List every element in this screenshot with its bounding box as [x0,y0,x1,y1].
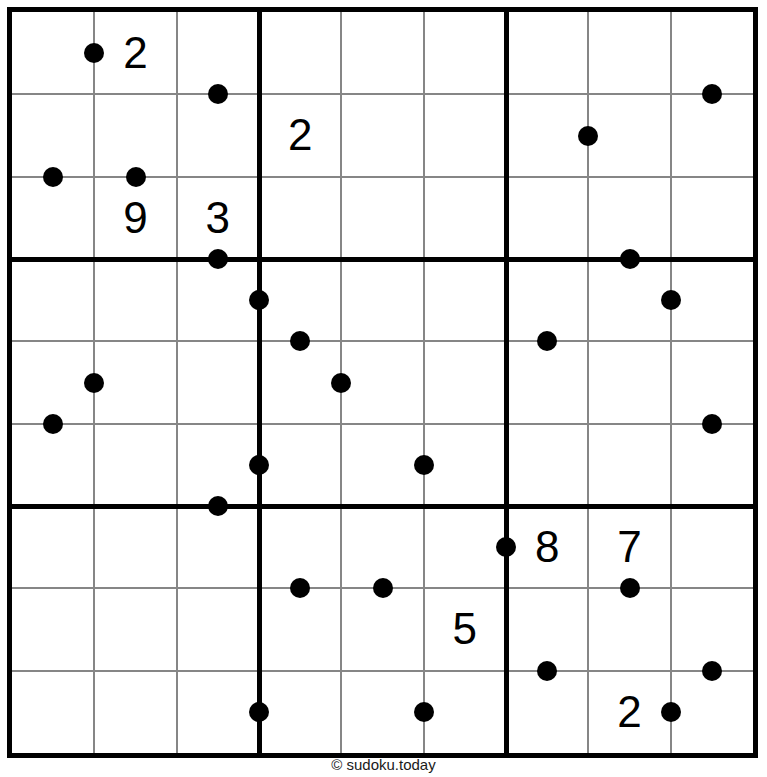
consecutive-dot-r2c7-r2c8 [578,126,598,146]
consecutive-dot-r6c3-r6c4 [249,455,269,475]
cell-r3c9[interactable] [671,177,753,259]
cell-r7c4[interactable] [259,506,341,588]
cell-r7c6[interactable] [424,506,506,588]
consecutive-dot-r3c8-r4c8 [620,249,640,269]
given-digit: 3 [206,196,230,240]
cell-r2c4[interactable]: 2 [259,94,341,176]
cell-r9c2[interactable] [94,671,176,753]
cell-r8c5[interactable] [341,588,423,670]
cell-r1c3[interactable] [177,12,259,94]
cell-r7c8[interactable]: 7 [588,506,670,588]
given-digit: 2 [123,31,147,75]
cell-r2c8[interactable] [588,94,670,176]
cell-r5c4[interactable] [259,341,341,423]
grid-line-horizontal [12,340,753,342]
cell-r3c7[interactable] [506,177,588,259]
cell-r9c9[interactable] [671,671,753,753]
sudoku-board: 22938752 [7,7,758,758]
cell-r4c7[interactable] [506,259,588,341]
cell-r5c2[interactable] [94,341,176,423]
grid-line-horizontal [12,176,753,178]
given-digit: 9 [123,196,147,240]
consecutive-dot-r7c5-r8c5 [373,578,393,598]
cell-r5c6[interactable] [424,341,506,423]
cell-r5c9[interactable] [671,341,753,423]
cell-r6c4[interactable] [259,424,341,506]
cell-r5c5[interactable] [341,341,423,423]
consecutive-dot-r9c5-r9c6 [414,702,434,722]
box-line-vertical [257,12,262,753]
cell-r5c8[interactable] [588,341,670,423]
cell-r6c6[interactable] [424,424,506,506]
cell-r5c1[interactable] [12,341,94,423]
cell-r8c7[interactable] [506,588,588,670]
cell-r7c7[interactable]: 8 [506,506,588,588]
cell-r2c7[interactable] [506,94,588,176]
consecutive-dot-r5c4-r5c5 [331,373,351,393]
grid-line-vertical [587,12,589,753]
cell-r1c2[interactable]: 2 [94,12,176,94]
cell-r7c1[interactable] [12,506,94,588]
cell-r1c8[interactable] [588,12,670,94]
cell-r3c4[interactable] [259,177,341,259]
cell-r3c2[interactable]: 9 [94,177,176,259]
cell-r1c6[interactable] [424,12,506,94]
consecutive-dot-r6c3-r7c3 [208,496,228,516]
cell-r3c1[interactable] [12,177,94,259]
cell-r6c7[interactable] [506,424,588,506]
cell-r7c5[interactable] [341,506,423,588]
consecutive-dot-r3c3-r4c3 [208,249,228,269]
cell-r2c6[interactable] [424,94,506,176]
given-digit: 2 [288,113,312,157]
cell-r4c8[interactable] [588,259,670,341]
given-digit: 5 [453,607,477,651]
cell-r9c6[interactable] [424,671,506,753]
cell-r8c6[interactable]: 5 [424,588,506,670]
grid-line-vertical [423,12,425,753]
cell-r3c3[interactable]: 3 [177,177,259,259]
cell-r2c9[interactable] [671,94,753,176]
cell-r2c1[interactable] [12,94,94,176]
cell-r2c2[interactable] [94,94,176,176]
consecutive-dot-r5c1-r5c2 [84,373,104,393]
cell-r1c9[interactable] [671,12,753,94]
grid-line-horizontal [12,93,753,95]
consecutive-dot-r2c2-r3c2 [126,167,146,187]
consecutive-dot-r4c8-r4c9 [661,290,681,310]
cell-r3c5[interactable] [341,177,423,259]
cell-r4c6[interactable] [424,259,506,341]
cell-r9c7[interactable] [506,671,588,753]
cell-r1c5[interactable] [341,12,423,94]
consecutive-dot-r9c8-r9c9 [661,702,681,722]
given-digit: 7 [617,525,641,569]
consecutive-dot-r8c9-r9c9 [702,661,722,681]
puzzle-page: 22938752 © sudoku.today [0,0,767,777]
given-digit: 8 [535,525,559,569]
cell-r8c9[interactable] [671,588,753,670]
cell-r1c1[interactable] [12,12,94,94]
consecutive-dot-r7c8-r8c8 [620,578,640,598]
consecutive-dot-r5c1-r6c1 [43,414,63,434]
cell-r6c2[interactable] [94,424,176,506]
cell-r4c2[interactable] [94,259,176,341]
cell-r8c1[interactable] [12,588,94,670]
cell-r6c8[interactable] [588,424,670,506]
cell-r2c3[interactable] [177,94,259,176]
cell-r3c6[interactable] [424,177,506,259]
cell-r7c3[interactable] [177,506,259,588]
cell-r9c8[interactable]: 2 [588,671,670,753]
given-digit: 2 [617,690,641,734]
cell-r1c7[interactable] [506,12,588,94]
cell-r9c5[interactable] [341,671,423,753]
consecutive-dot-r2c1-r3c1 [43,167,63,187]
consecutive-dot-r6c5-r6c6 [414,455,434,475]
cell-r7c2[interactable] [94,506,176,588]
cell-r6c9[interactable] [671,424,753,506]
cell-r9c1[interactable] [12,671,94,753]
cell-r4c5[interactable] [341,259,423,341]
copyright-caption: © sudoku.today [0,756,767,773]
cell-r4c3[interactable] [177,259,259,341]
box-line-horizontal [12,257,753,262]
cell-r8c3[interactable] [177,588,259,670]
cell-r5c3[interactable] [177,341,259,423]
cell-r5c7[interactable] [506,341,588,423]
cell-r7c9[interactable] [671,506,753,588]
cell-r8c2[interactable] [94,588,176,670]
cell-r6c1[interactable] [12,424,94,506]
cell-r9c3[interactable] [177,671,259,753]
cell-r4c1[interactable] [12,259,94,341]
consecutive-dot-r5c9-r6c9 [702,414,722,434]
grid-line-horizontal [12,423,753,425]
consecutive-dot-r9c3-r9c4 [249,702,269,722]
cell-r1c4[interactable] [259,12,341,94]
consecutive-dot-r8c7-r9c7 [537,661,557,681]
cell-r9c4[interactable] [259,671,341,753]
cell-r4c9[interactable] [671,259,753,341]
box-line-horizontal [12,504,753,509]
cell-r8c8[interactable] [588,588,670,670]
cell-r6c3[interactable] [177,424,259,506]
cell-r2c5[interactable] [341,94,423,176]
cell-r6c5[interactable] [341,424,423,506]
cell-r8c4[interactable] [259,588,341,670]
grid-line-vertical [670,12,672,753]
grid-line-horizontal [12,670,753,672]
cell-r4c4[interactable] [259,259,341,341]
box-line-vertical [504,12,509,753]
grid-line-vertical [176,12,178,753]
cell-r3c8[interactable] [588,177,670,259]
